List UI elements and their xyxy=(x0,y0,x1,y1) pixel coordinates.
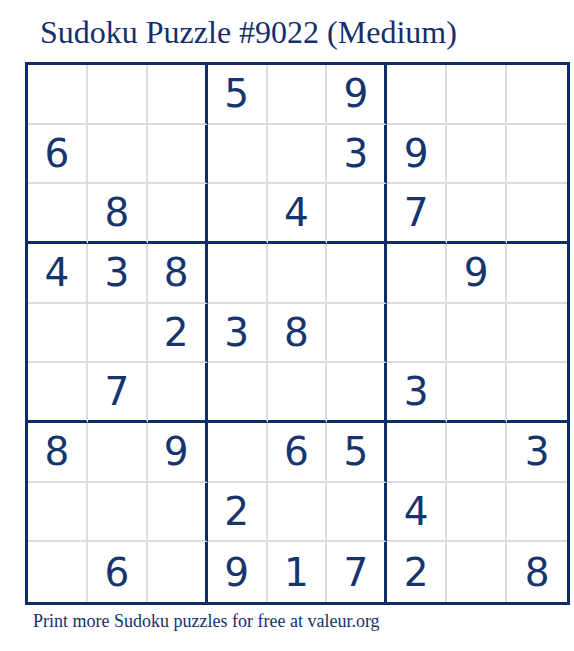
cell-r3c3[interactable] xyxy=(148,184,208,244)
cell-r2c4[interactable] xyxy=(208,125,268,185)
cell-r2c7[interactable]: 9 xyxy=(387,125,447,185)
cell-r1c6[interactable]: 9 xyxy=(327,65,387,125)
cell-r5c4[interactable]: 3 xyxy=(208,304,268,364)
cell-r2c3[interactable] xyxy=(148,125,208,185)
cell-r8c3[interactable] xyxy=(148,483,208,543)
cell-r1c5[interactable] xyxy=(268,65,328,125)
cell-r5c2[interactable] xyxy=(88,304,148,364)
cell-r2c9[interactable] xyxy=(507,125,567,185)
cell-r6c6[interactable] xyxy=(327,363,387,423)
cell-r4c6[interactable] xyxy=(327,244,387,304)
cell-r3c5[interactable]: 4 xyxy=(268,184,328,244)
cell-r6c7[interactable]: 3 xyxy=(387,363,447,423)
cell-r5c6[interactable] xyxy=(327,304,387,364)
cell-r2c6[interactable]: 3 xyxy=(327,125,387,185)
cell-r5c8[interactable] xyxy=(447,304,507,364)
cell-r3c9[interactable] xyxy=(507,184,567,244)
cell-r1c7[interactable] xyxy=(387,65,447,125)
cell-r6c3[interactable] xyxy=(148,363,208,423)
cell-r8c2[interactable] xyxy=(88,483,148,543)
cell-r9c2[interactable]: 6 xyxy=(88,542,148,602)
cell-r1c2[interactable] xyxy=(88,65,148,125)
cell-r3c6[interactable] xyxy=(327,184,387,244)
cell-r2c8[interactable] xyxy=(447,125,507,185)
cell-r4c8[interactable]: 9 xyxy=(447,244,507,304)
cell-r7c7[interactable] xyxy=(387,423,447,483)
cell-r9c3[interactable] xyxy=(148,542,208,602)
cell-r1c9[interactable] xyxy=(507,65,567,125)
cell-r4c2[interactable]: 3 xyxy=(88,244,148,304)
cell-r8c6[interactable] xyxy=(327,483,387,543)
cell-r6c2[interactable]: 7 xyxy=(88,363,148,423)
cell-r5c7[interactable] xyxy=(387,304,447,364)
cell-r7c6[interactable]: 5 xyxy=(327,423,387,483)
cell-r7c4[interactable] xyxy=(208,423,268,483)
cell-r5c9[interactable] xyxy=(507,304,567,364)
cell-r8c4[interactable]: 2 xyxy=(208,483,268,543)
cell-r2c5[interactable] xyxy=(268,125,328,185)
cell-r9c4[interactable]: 9 xyxy=(208,542,268,602)
cell-r3c4[interactable] xyxy=(208,184,268,244)
cell-r8c8[interactable] xyxy=(447,483,507,543)
cell-r7c2[interactable] xyxy=(88,423,148,483)
cell-r9c7[interactable]: 2 xyxy=(387,542,447,602)
cell-r2c1[interactable]: 6 xyxy=(28,125,88,185)
cell-r7c1[interactable]: 8 xyxy=(28,423,88,483)
cell-r5c5[interactable]: 8 xyxy=(268,304,328,364)
cell-r6c9[interactable] xyxy=(507,363,567,423)
cell-r4c4[interactable] xyxy=(208,244,268,304)
cell-r1c1[interactable] xyxy=(28,65,88,125)
cell-r1c3[interactable] xyxy=(148,65,208,125)
cell-r8c1[interactable] xyxy=(28,483,88,543)
cell-r1c4[interactable]: 5 xyxy=(208,65,268,125)
cell-r3c8[interactable] xyxy=(447,184,507,244)
cell-r2c2[interactable] xyxy=(88,125,148,185)
cell-r9c5[interactable]: 1 xyxy=(268,542,328,602)
cell-r4c9[interactable] xyxy=(507,244,567,304)
cell-r4c7[interactable] xyxy=(387,244,447,304)
cell-r3c2[interactable]: 8 xyxy=(88,184,148,244)
cell-r9c1[interactable] xyxy=(28,542,88,602)
cell-r7c3[interactable]: 9 xyxy=(148,423,208,483)
cell-r7c5[interactable]: 6 xyxy=(268,423,328,483)
page-title: Sudoku Puzzle #9022 (Medium) xyxy=(40,14,457,50)
cell-r9c8[interactable] xyxy=(447,542,507,602)
cell-r6c4[interactable] xyxy=(208,363,268,423)
cell-r8c7[interactable]: 4 xyxy=(387,483,447,543)
cell-r6c8[interactable] xyxy=(447,363,507,423)
cell-r5c1[interactable] xyxy=(28,304,88,364)
cell-r6c5[interactable] xyxy=(268,363,328,423)
cell-r9c6[interactable]: 7 xyxy=(327,542,387,602)
cell-r8c9[interactable] xyxy=(507,483,567,543)
cell-r9c9[interactable]: 8 xyxy=(507,542,567,602)
cell-r4c3[interactable]: 8 xyxy=(148,244,208,304)
cell-r7c9[interactable]: 3 xyxy=(507,423,567,483)
cell-r1c8[interactable] xyxy=(447,65,507,125)
footer-text: Print more Sudoku puzzles for free at va… xyxy=(33,611,380,632)
cell-r3c1[interactable] xyxy=(28,184,88,244)
cell-r6c1[interactable] xyxy=(28,363,88,423)
cell-r3c7[interactable]: 7 xyxy=(387,184,447,244)
cell-r7c8[interactable] xyxy=(447,423,507,483)
cell-r4c5[interactable] xyxy=(268,244,328,304)
cell-r4c1[interactable]: 4 xyxy=(28,244,88,304)
cell-r5c3[interactable]: 2 xyxy=(148,304,208,364)
cell-r8c5[interactable] xyxy=(268,483,328,543)
sudoku-board: 596398474389238738965324691728 xyxy=(25,62,570,605)
